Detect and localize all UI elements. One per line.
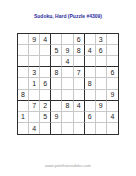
sudoku-cell-given: 1 [18,112,29,123]
sudoku-cell-given: 2 [40,101,51,112]
sudoku-cell-given: 8 [74,45,85,56]
sudoku-cell-empty [62,123,73,134]
sudoku-cell-empty [107,78,118,89]
sudoku-cell-given: 4 [40,34,51,45]
sudoku-cell-given: 8 [85,78,96,89]
sudoku-cell-empty [107,56,118,67]
sudoku-cell-empty [62,90,73,101]
sudoku-cell-given: 4 [74,101,85,112]
sudoku-cell-given: 9 [29,34,40,45]
sudoku-cell-empty [85,90,96,101]
sudoku-cell-empty [85,34,96,45]
sudoku-cell-empty [107,45,118,56]
sudoku-cell-empty [96,123,107,134]
sudoku-cell-given: 6 [107,67,118,78]
sudoku-cell-empty [85,123,96,134]
sudoku-cell-empty [62,78,73,89]
sudoku-cell-empty [18,123,29,134]
sudoku-cell-given: 7 [74,67,85,78]
sudoku-cell-given: 3 [29,67,40,78]
sudoku-cell-given: 5 [40,112,51,123]
sudoku-cell-given: 3 [96,34,107,45]
sudoku-cell-given: 9 [96,101,107,112]
sudoku-cell-empty [18,56,29,67]
sudoku-cell-empty [18,78,29,89]
puzzle-page: Sudoku, Hard (Puzzle #4309) 946359846438… [0,0,136,176]
sudoku-cell-given: 6 [40,78,51,89]
sudoku-cell-empty [51,34,62,45]
sudoku-cell-empty [62,112,73,123]
sudoku-board: 946359846438761688972849159644 [17,33,119,135]
sudoku-cell-given: 4 [85,45,96,56]
sudoku-cell-given: 8 [18,90,29,101]
sudoku-cell-empty [18,34,29,45]
sudoku-cell-empty [74,123,85,134]
sudoku-cell-empty [96,56,107,67]
sudoku-cell-empty [96,78,107,89]
sudoku-cell-empty [29,56,40,67]
sudoku-cell-given: 7 [29,101,40,112]
sudoku-cell-empty [29,112,40,123]
sudoku-cell-empty [74,90,85,101]
sudoku-cell-given: 1 [29,78,40,89]
sudoku-cell-empty [85,101,96,112]
sudoku-cell-empty [29,45,40,56]
sudoku-cell-empty [107,101,118,112]
sudoku-cell-empty [62,34,73,45]
sudoku-cell-given: 4 [107,112,118,123]
sudoku-cell-given: 4 [29,123,40,134]
sudoku-cell-empty [18,67,29,78]
sudoku-cell-empty [18,45,29,56]
puzzle-title: Sudoku, Hard (Puzzle #4309) [0,13,136,19]
sudoku-cell-given: 9 [51,112,62,123]
sudoku-cell-empty [107,34,118,45]
sudoku-cell-empty [51,78,62,89]
sudoku-cell-given: 9 [62,45,73,56]
sudoku-cell-empty [51,123,62,134]
sudoku-cell-empty [51,90,62,101]
sudoku-cell-empty [18,101,29,112]
sudoku-cell-empty [51,56,62,67]
sudoku-cell-empty [85,67,96,78]
sudoku-cell-given: 6 [85,112,96,123]
sudoku-cell-empty [62,67,73,78]
sudoku-cell-empty [74,78,85,89]
footer-credit: www.printfreesudoku.com [0,163,136,168]
sudoku-cell-empty [74,112,85,123]
sudoku-cell-given: 4 [62,56,73,67]
sudoku-cell-empty [96,67,107,78]
sudoku-cell-empty [74,56,85,67]
sudoku-cell-empty [51,101,62,112]
sudoku-cell-empty [96,112,107,123]
sudoku-cell-empty [85,56,96,67]
sudoku-cell-given: 8 [62,101,73,112]
sudoku-cell-empty [40,123,51,134]
sudoku-cell-empty [107,123,118,134]
sudoku-cell-given: 5 [51,45,62,56]
sudoku-cell-empty [29,90,40,101]
sudoku-cell-empty [40,45,51,56]
sudoku-cell-given: 6 [74,34,85,45]
sudoku-cell-empty [96,90,107,101]
sudoku-cell-given: 8 [51,67,62,78]
sudoku-cell-given: 6 [96,45,107,56]
sudoku-cell-empty [40,56,51,67]
sudoku-cell-empty [40,67,51,78]
sudoku-cell-empty [40,90,51,101]
sudoku-cell-given: 9 [107,90,118,101]
